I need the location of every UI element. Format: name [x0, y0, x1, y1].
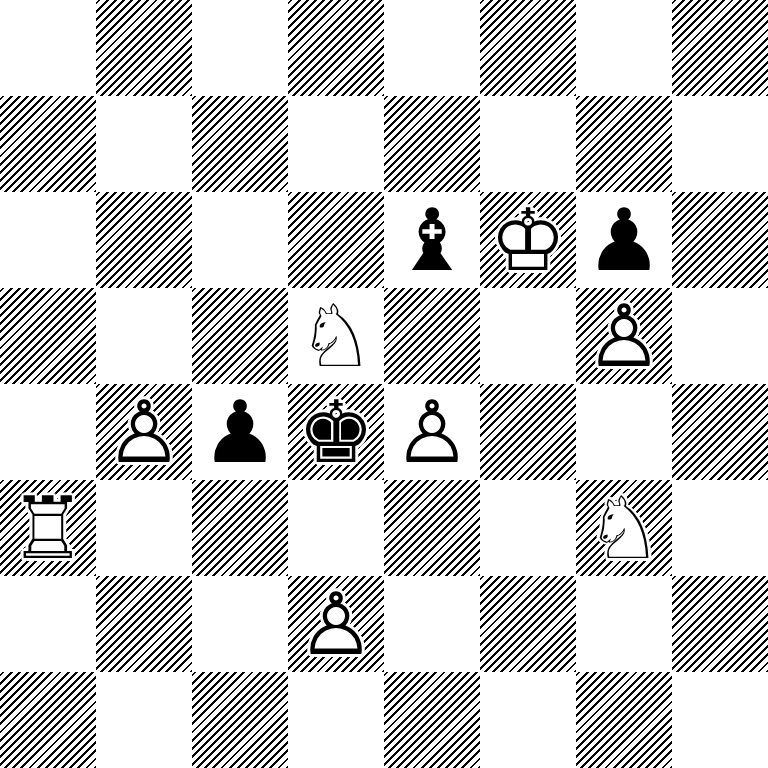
piece-outline-layer: ♘ — [585, 485, 662, 571]
square-d1[interactable] — [288, 672, 384, 768]
square-d2[interactable]: ♟♙ — [288, 576, 384, 672]
square-e8[interactable] — [384, 0, 480, 96]
square-e6[interactable]: ♝♝ — [384, 192, 480, 288]
square-e1[interactable] — [384, 672, 480, 768]
square-c7[interactable] — [192, 96, 288, 192]
piece-outline-layer: ♝ — [393, 197, 470, 283]
piece-outline-layer: ♙ — [585, 293, 662, 379]
white-knight[interactable]: ♞♘ — [576, 480, 672, 576]
square-f5[interactable] — [480, 288, 576, 384]
square-b6[interactable] — [96, 192, 192, 288]
square-b5[interactable] — [96, 288, 192, 384]
square-c5[interactable] — [192, 288, 288, 384]
square-d4[interactable]: ♚♚ — [288, 384, 384, 480]
square-a6[interactable] — [0, 192, 96, 288]
square-h6[interactable] — [672, 192, 768, 288]
square-f1[interactable] — [480, 672, 576, 768]
black-pawn[interactable]: ♟♟ — [192, 384, 288, 480]
square-f8[interactable] — [480, 0, 576, 96]
square-b2[interactable] — [96, 576, 192, 672]
square-g8[interactable] — [576, 0, 672, 96]
white-pawn[interactable]: ♟♙ — [288, 576, 384, 672]
white-pawn[interactable]: ♟♙ — [384, 384, 480, 480]
square-c8[interactable] — [192, 0, 288, 96]
square-a1[interactable] — [0, 672, 96, 768]
black-pawn[interactable]: ♟♟ — [576, 192, 672, 288]
square-b4[interactable]: ♟♙ — [96, 384, 192, 480]
square-h3[interactable] — [672, 480, 768, 576]
square-e4[interactable]: ♟♙ — [384, 384, 480, 480]
piece-outline-layer: ♘ — [297, 293, 374, 379]
white-pawn[interactable]: ♟♙ — [96, 384, 192, 480]
square-e5[interactable] — [384, 288, 480, 384]
black-king[interactable]: ♚♚ — [288, 384, 384, 480]
square-g2[interactable] — [576, 576, 672, 672]
square-f2[interactable] — [480, 576, 576, 672]
square-c1[interactable] — [192, 672, 288, 768]
piece-outline-layer: ♖ — [9, 485, 86, 571]
square-f6[interactable]: ♚♔ — [480, 192, 576, 288]
square-g1[interactable] — [576, 672, 672, 768]
square-g6[interactable]: ♟♟ — [576, 192, 672, 288]
piece-outline-layer: ♙ — [105, 389, 182, 475]
square-d5[interactable]: ♞♘ — [288, 288, 384, 384]
square-h1[interactable] — [672, 672, 768, 768]
piece-outline-layer: ♙ — [297, 581, 374, 667]
square-d8[interactable] — [288, 0, 384, 96]
square-b7[interactable] — [96, 96, 192, 192]
square-b3[interactable] — [96, 480, 192, 576]
square-a2[interactable] — [0, 576, 96, 672]
square-g3[interactable]: ♞♘ — [576, 480, 672, 576]
piece-outline-layer: ♟ — [585, 197, 662, 283]
square-g4[interactable] — [576, 384, 672, 480]
square-h7[interactable] — [672, 96, 768, 192]
square-h8[interactable] — [672, 0, 768, 96]
piece-outline-layer: ♟ — [201, 389, 278, 475]
square-a4[interactable] — [0, 384, 96, 480]
square-g7[interactable] — [576, 96, 672, 192]
square-e7[interactable] — [384, 96, 480, 192]
square-f3[interactable] — [480, 480, 576, 576]
square-g5[interactable]: ♟♙ — [576, 288, 672, 384]
piece-outline-layer: ♔ — [489, 197, 566, 283]
white-knight[interactable]: ♞♘ — [288, 288, 384, 384]
square-c6[interactable] — [192, 192, 288, 288]
square-a8[interactable] — [0, 0, 96, 96]
chess-board: ♝♝♚♔♟♟♞♘♟♙♟♙♟♟♚♚♟♙♜♖♞♘♟♙ — [0, 0, 768, 768]
square-b8[interactable] — [96, 0, 192, 96]
white-rook[interactable]: ♜♖ — [0, 480, 96, 576]
square-h4[interactable] — [672, 384, 768, 480]
square-a5[interactable] — [0, 288, 96, 384]
piece-outline-layer: ♚ — [297, 389, 374, 475]
square-e2[interactable] — [384, 576, 480, 672]
piece-outline-layer: ♙ — [393, 389, 470, 475]
square-b1[interactable] — [96, 672, 192, 768]
square-f4[interactable] — [480, 384, 576, 480]
square-c3[interactable] — [192, 480, 288, 576]
square-c2[interactable] — [192, 576, 288, 672]
square-d3[interactable] — [288, 480, 384, 576]
white-pawn[interactable]: ♟♙ — [576, 288, 672, 384]
square-f7[interactable] — [480, 96, 576, 192]
square-d7[interactable] — [288, 96, 384, 192]
square-a7[interactable] — [0, 96, 96, 192]
square-d6[interactable] — [288, 192, 384, 288]
square-h2[interactable] — [672, 576, 768, 672]
black-bishop[interactable]: ♝♝ — [384, 192, 480, 288]
square-h5[interactable] — [672, 288, 768, 384]
square-c4[interactable]: ♟♟ — [192, 384, 288, 480]
white-king[interactable]: ♚♔ — [480, 192, 576, 288]
square-e3[interactable] — [384, 480, 480, 576]
square-a3[interactable]: ♜♖ — [0, 480, 96, 576]
